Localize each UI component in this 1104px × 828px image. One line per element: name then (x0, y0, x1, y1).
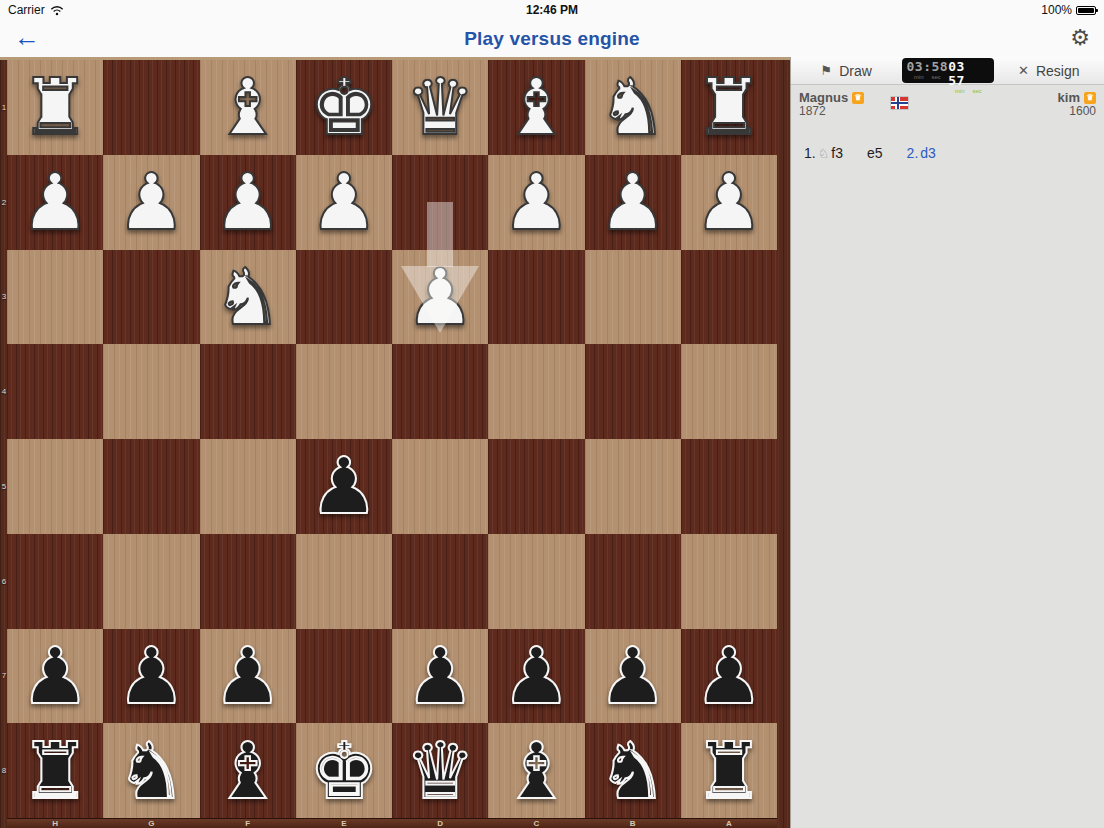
nav-bar: ← Play versus engine ⚙ (0, 20, 1104, 57)
black-pawn[interactable]: ♟ (309, 439, 379, 533)
rank-label-8: 8 (0, 723, 8, 818)
file-label-d: D (392, 819, 488, 828)
square-b2[interactable]: ♟ (585, 155, 681, 250)
move-san: f3 (831, 145, 843, 161)
status-bar: Carrier 12:46 PM 100% (0, 0, 1104, 20)
square-c3[interactable] (488, 250, 584, 345)
move-3[interactable]: 2. d3 (907, 145, 936, 161)
rank-label-3: 3 (0, 250, 8, 345)
white-rook[interactable]: ♜ (20, 60, 90, 154)
square-h4[interactable] (7, 344, 103, 439)
file-label-f: F (200, 819, 296, 828)
square-h3[interactable] (7, 250, 103, 345)
square-h1[interactable]: ♜ (7, 60, 103, 155)
black-knight[interactable]: ♞ (598, 724, 668, 818)
white-bishop[interactable]: ♝ (501, 60, 571, 154)
square-e6[interactable] (296, 534, 392, 629)
square-d4[interactable] (392, 344, 488, 439)
rank-labels: 12345678 (0, 60, 8, 818)
file-label-c: C (488, 819, 584, 828)
square-g8[interactable]: ♞ (103, 723, 199, 818)
rank-label-6: 6 (0, 534, 8, 629)
square-a3[interactable] (681, 250, 777, 345)
black-pawn[interactable]: ♟ (405, 629, 475, 723)
black-player-rating: 1600 (1058, 105, 1096, 118)
white-king[interactable]: ♚ (309, 60, 379, 154)
battery-icon (1076, 6, 1096, 15)
rank-label-2: 2 (0, 155, 8, 250)
white-knight[interactable]: ♞ (213, 250, 283, 344)
square-a4[interactable] (681, 344, 777, 439)
black-player-name: kim (1058, 90, 1080, 105)
black-rook[interactable]: ♜ (20, 724, 90, 818)
square-f8[interactable]: ♝ (200, 723, 296, 818)
game-clock: 03:58 min sec 03 57 min sec (902, 58, 994, 83)
clock-time: 12:46 PM (0, 3, 1104, 17)
player-white: Magnus ♛ 1872 (799, 90, 864, 118)
square-h2[interactable]: ♟ (7, 155, 103, 250)
black-pawn[interactable]: ♟ (20, 629, 90, 723)
square-e7[interactable] (296, 629, 392, 724)
white-clock-time: 03:58 (907, 60, 949, 74)
square-g4[interactable] (103, 344, 199, 439)
settings-gear-icon[interactable]: ⚙ (1070, 24, 1090, 52)
square-h7[interactable]: ♟ (7, 629, 103, 724)
black-king[interactable]: ♚ (309, 724, 379, 818)
square-g5[interactable] (103, 439, 199, 534)
white-membership-badge-icon: ♛ (852, 92, 864, 104)
square-b3[interactable] (585, 250, 681, 345)
board: ♜♝♚♛♝♞♜♟♟♟♟♟♟♟♞♟♟♟♟♟♟♟♟♟♜♞♝♚♛♝♞♜ (7, 60, 777, 818)
game-toolbar: ⚑ Draw 03:58 min sec 03 57 min (791, 57, 1104, 85)
rank-label-1: 1 (0, 60, 8, 155)
square-e5[interactable]: ♟ (296, 439, 392, 534)
white-clock-min-label: min (914, 74, 924, 81)
wifi-icon (50, 5, 64, 16)
square-e1[interactable]: ♚ (296, 60, 392, 155)
square-f4[interactable] (200, 344, 296, 439)
side-panel: ⚑ Draw 03:58 min sec 03 57 min (790, 57, 1104, 828)
square-c5[interactable] (488, 439, 584, 534)
black-pawn[interactable]: ♟ (694, 629, 764, 723)
white-pawn[interactable]: ♟ (309, 155, 379, 249)
square-g1[interactable] (103, 60, 199, 155)
white-clock: 03:58 min sec (907, 60, 949, 82)
white-pawn[interactable]: ♟ (501, 155, 571, 249)
square-e4[interactable] (296, 344, 392, 439)
square-a8[interactable]: ♜ (681, 723, 777, 818)
square-b6[interactable] (585, 534, 681, 629)
square-b4[interactable] (585, 344, 681, 439)
white-queen[interactable]: ♛ (405, 60, 475, 154)
player-black: kim ♛ 1600 (1058, 90, 1096, 118)
last-move-arrow (427, 202, 453, 267)
file-label-g: G (103, 819, 199, 828)
white-pawn[interactable]: ♟ (213, 155, 283, 249)
app-window: Carrier 12:46 PM 100% ← Play versus engi… (0, 0, 1104, 828)
square-g6[interactable] (103, 534, 199, 629)
square-c2[interactable]: ♟ (488, 155, 584, 250)
move-number: 2. (907, 145, 919, 161)
square-f3[interactable]: ♞ (200, 250, 296, 345)
black-queen[interactable]: ♛ (405, 724, 475, 818)
square-c8[interactable]: ♝ (488, 723, 584, 818)
file-label-b: B (585, 819, 681, 828)
black-pawn[interactable]: ♟ (501, 629, 571, 723)
square-a5[interactable] (681, 439, 777, 534)
move-san: d3 (920, 145, 936, 161)
resign-x-icon: ✕ (1018, 63, 1029, 78)
white-player-rating: 1872 (799, 105, 864, 118)
black-pawn[interactable]: ♟ (598, 629, 668, 723)
square-b1[interactable]: ♞ (585, 60, 681, 155)
chess-board-frame: ♜♝♚♛♝♞♜♟♟♟♟♟♟♟♞♟♟♟♟♟♟♟♟♟♜♞♝♚♛♝♞♜ 1234567… (0, 57, 790, 828)
move-1[interactable]: 1. ♘f3 (804, 145, 843, 161)
square-d5[interactable] (392, 439, 488, 534)
rank-label-4: 4 (0, 344, 8, 439)
draw-button[interactable]: ⚑ Draw (791, 57, 902, 84)
page-title: Play versus engine (0, 28, 1104, 50)
move-list: 1. ♘f3e52. d3 (791, 145, 1104, 161)
black-pawn[interactable]: ♟ (116, 629, 186, 723)
square-c6[interactable] (488, 534, 584, 629)
black-pawn[interactable]: ♟ (213, 629, 283, 723)
square-a1[interactable]: ♜ (681, 60, 777, 155)
resign-label: Resign (1036, 63, 1080, 79)
move-number: 1. (804, 145, 816, 161)
carrier-label: Carrier (8, 3, 45, 17)
square-c4[interactable] (488, 344, 584, 439)
black-membership-badge-icon: ♛ (1084, 92, 1096, 104)
square-e3[interactable] (296, 250, 392, 345)
battery-percent: 100% (1041, 3, 1072, 17)
back-button[interactable]: ← (14, 22, 40, 52)
norway-flag-icon (891, 97, 908, 109)
square-e2[interactable]: ♟ (296, 155, 392, 250)
draw-label: Draw (839, 63, 872, 79)
square-b8[interactable]: ♞ (585, 723, 681, 818)
square-g3[interactable] (103, 250, 199, 345)
black-rook[interactable]: ♜ (694, 724, 764, 818)
players-row: Magnus ♛ 1872 kim ♛ 1600 (791, 85, 1104, 119)
square-c1[interactable]: ♝ (488, 60, 584, 155)
file-label-e: E (296, 819, 392, 828)
white-clock-sec-label: sec (931, 74, 940, 81)
square-f5[interactable] (200, 439, 296, 534)
white-pawn[interactable]: ♟ (694, 155, 764, 249)
square-b5[interactable] (585, 439, 681, 534)
square-f6[interactable] (200, 534, 296, 629)
square-h6[interactable] (7, 534, 103, 629)
black-clock: 03 57 min sec (948, 60, 988, 82)
square-d8[interactable]: ♛ (392, 723, 488, 818)
black-clock-time: 03 57 (948, 60, 988, 88)
white-knight[interactable]: ♞ (598, 60, 668, 154)
square-b7[interactable]: ♟ (585, 629, 681, 724)
black-bishop[interactable]: ♝ (501, 724, 571, 818)
move-san: e5 (867, 145, 883, 161)
file-label-a: A (681, 819, 777, 828)
square-e8[interactable]: ♚ (296, 723, 392, 818)
square-d7[interactable]: ♟ (392, 629, 488, 724)
square-h8[interactable]: ♜ (7, 723, 103, 818)
square-h5[interactable] (7, 439, 103, 534)
square-f2[interactable]: ♟ (200, 155, 296, 250)
square-c7[interactable]: ♟ (488, 629, 584, 724)
square-d6[interactable] (392, 534, 488, 629)
draw-flag-icon: ⚑ (821, 63, 833, 78)
square-a6[interactable] (681, 534, 777, 629)
square-a7[interactable]: ♟ (681, 629, 777, 724)
white-player-name: Magnus (799, 90, 848, 105)
resign-button[interactable]: ✕ Resign (994, 57, 1104, 84)
square-g2[interactable]: ♟ (103, 155, 199, 250)
square-f7[interactable]: ♟ (200, 629, 296, 724)
file-label-h: H (7, 819, 103, 828)
white-bishop[interactable]: ♝ (213, 60, 283, 154)
rank-label-7: 7 (0, 629, 8, 724)
white-pawn[interactable]: ♟ (116, 155, 186, 249)
black-bishop[interactable]: ♝ (213, 724, 283, 818)
square-d1[interactable]: ♛ (392, 60, 488, 155)
knight-figurine-icon: ♘ (818, 146, 830, 161)
square-f1[interactable]: ♝ (200, 60, 296, 155)
last-move-arrow-head (401, 266, 479, 333)
white-rook[interactable]: ♜ (694, 60, 764, 154)
file-labels: HGFEDCBA (7, 818, 777, 828)
move-2[interactable]: e5 (867, 145, 883, 161)
square-g7[interactable]: ♟ (103, 629, 199, 724)
rank-label-5: 5 (0, 439, 8, 534)
white-pawn[interactable]: ♟ (598, 155, 668, 249)
black-knight[interactable]: ♞ (116, 724, 186, 818)
white-pawn[interactable]: ♟ (20, 155, 90, 249)
square-a2[interactable]: ♟ (681, 155, 777, 250)
